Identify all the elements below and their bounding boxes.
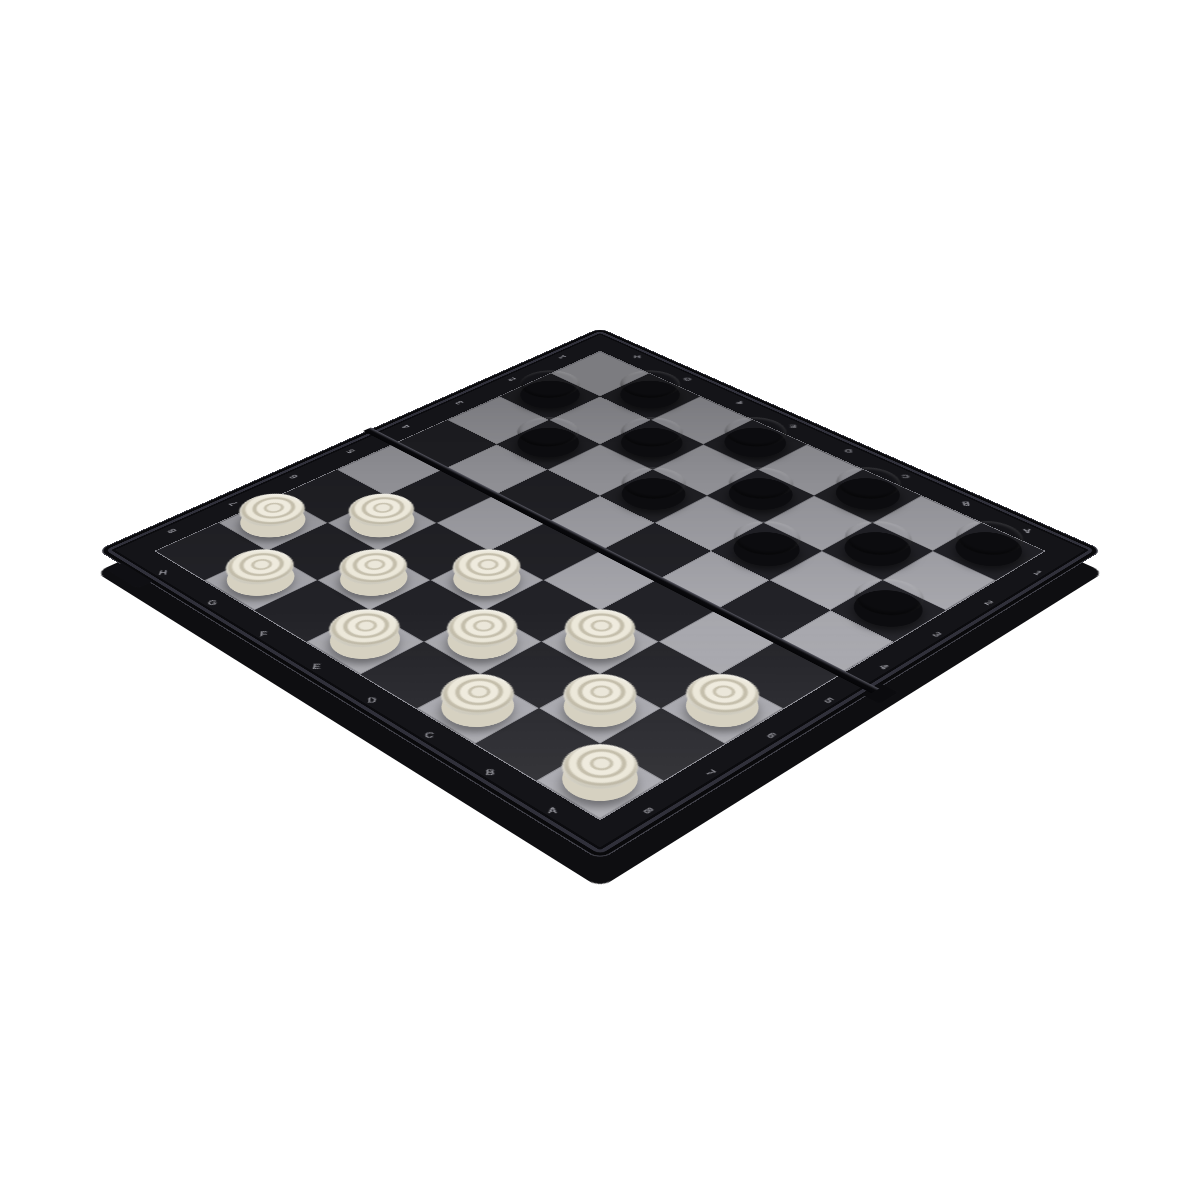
square-d5[interactable] [543, 551, 656, 610]
black-checker-c1[interactable] [823, 471, 913, 516]
clasp-tab [107, 563, 153, 589]
board-frame: HHGGFFEEDDCCBBAA1122334455667788 [97, 328, 1103, 861]
checkers-board-scene: HHGGFFEEDDCCBBAA1122334455667788 [97, 328, 1103, 861]
